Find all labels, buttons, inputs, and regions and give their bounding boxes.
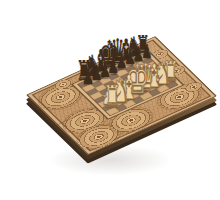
chess-set-scene: ♜♞♝♛♚♝♞♜♟♟♟♟♟♟♟♟♟♟♟♟♟♟♟♟♜♞♝♛♚♝♞♜	[0, 0, 220, 200]
chess-board	[25, 35, 216, 154]
product-photo-stage: ♜♞♝♛♚♝♞♜♟♟♟♟♟♟♟♟♟♟♟♟♟♟♟♟♜♞♝♛♚♝♞♜	[0, 0, 220, 200]
